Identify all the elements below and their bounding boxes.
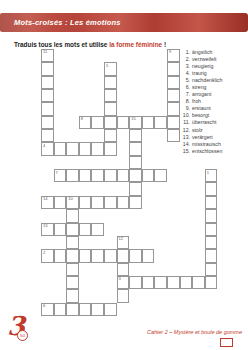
grid-cell[interactable]: [104, 249, 117, 262]
header-banner: Mots-croisés : Les émotions: [0, 13, 248, 32]
clue-number-chip: 11: [43, 50, 47, 54]
grid-cell[interactable]: [66, 303, 79, 316]
grid-cell[interactable]: [54, 196, 67, 209]
grid-cell[interactable]: [154, 169, 167, 182]
word-list-item: 9.erstaunt: [181, 105, 245, 112]
clue-number: 1.: [181, 49, 190, 55]
grid-cell[interactable]: [205, 249, 218, 262]
grid-cell[interactable]: [154, 276, 167, 289]
crossword-run: 13: [41, 223, 104, 236]
page-number: 50: [20, 333, 25, 338]
clue-number-chip: 8: [81, 117, 83, 121]
grid-cell[interactable]: [129, 249, 142, 262]
grid-cell[interactable]: [66, 289, 79, 302]
word-list: 1.ängstlich2.verzweifelt3.neugierig4.tra…: [181, 49, 245, 155]
grid-cell[interactable]: [79, 169, 92, 182]
grid-cell[interactable]: [91, 196, 104, 209]
grid-cell[interactable]: [129, 129, 142, 142]
grid-cell[interactable]: [104, 76, 117, 89]
clue-number-chip: 9: [169, 50, 171, 54]
grid-cell[interactable]: [41, 89, 54, 102]
grid-cell[interactable]: [104, 89, 117, 102]
clue-word: erstaunt: [192, 105, 211, 111]
grid-cell[interactable]: [129, 182, 142, 195]
word-list-item: 14.misstrauisch: [181, 141, 245, 148]
grid-cell[interactable]: [205, 196, 218, 209]
grid-cell[interactable]: [104, 196, 117, 209]
clue-number: 9.: [181, 105, 190, 111]
crossword-run: 4: [41, 142, 117, 155]
grid-cell[interactable]: [142, 249, 155, 262]
grid-cell[interactable]: [66, 223, 79, 236]
grid-cell[interactable]: [117, 289, 130, 302]
clue-number: 6.: [181, 84, 190, 90]
clue-number: 8.: [181, 98, 190, 104]
grid-cell[interactable]: [66, 249, 79, 262]
word-list-item: 7.arrogant: [181, 91, 245, 98]
crossword-run: 7: [54, 169, 167, 182]
clue-number-chip: 4: [43, 144, 45, 148]
clue-word: verärgert: [192, 134, 213, 140]
clue-word: froh: [192, 98, 201, 104]
grid-cell[interactable]: [104, 102, 117, 115]
grid-cell[interactable]: 10: [66, 196, 79, 209]
clue-word: traurig: [192, 70, 207, 76]
instruction-prefix: Traduis tous les mots et utilise: [14, 41, 109, 48]
grid-cell[interactable]: [167, 89, 180, 102]
grid-cell[interactable]: 3: [117, 276, 130, 289]
clue-number-chip: 2: [43, 251, 45, 255]
grid-cell[interactable]: [129, 142, 142, 155]
page-title: Mots-croisés : Les émotions: [14, 13, 121, 32]
word-list-item: 15.entschlossen: [181, 148, 245, 155]
worksheet-page: Mots-croisés : Les émotions Traduis tous…: [0, 0, 248, 350]
grid-cell[interactable]: [79, 196, 92, 209]
grid-cell[interactable]: 11: [41, 49, 54, 62]
grid-cell[interactable]: [167, 62, 180, 75]
clue-number-chip: 1: [207, 171, 209, 175]
grid-cell[interactable]: [192, 276, 205, 289]
grid-cell[interactable]: [205, 236, 218, 249]
grid-cell[interactable]: [54, 142, 67, 155]
grid-cell[interactable]: [129, 276, 142, 289]
word-list-item: 5.nachdenklich: [181, 77, 245, 84]
grid-cell[interactable]: [167, 129, 180, 142]
crossword-run: 6: [41, 303, 117, 316]
clue-number: 2.: [181, 56, 190, 62]
grid-cell[interactable]: [79, 223, 92, 236]
grid-cell[interactable]: [41, 62, 54, 75]
grid-cell[interactable]: [129, 196, 142, 209]
page-number-circle: 50: [17, 330, 28, 341]
grid-cell[interactable]: [91, 303, 104, 316]
clue-number: 3.: [181, 63, 190, 69]
clue-number: 13.: [181, 134, 190, 140]
grid-cell[interactable]: [205, 209, 218, 222]
grid-cell[interactable]: [66, 236, 79, 249]
clue-number-chip: 12: [119, 237, 123, 241]
corner-box: [220, 338, 233, 347]
grid-cell[interactable]: [167, 76, 180, 89]
grid-cell[interactable]: [205, 223, 218, 236]
word-list-item: 1.ängstlich: [181, 49, 245, 56]
clue-word: überrascht: [192, 119, 217, 125]
grid-cell[interactable]: [205, 182, 218, 195]
word-list-item: 8.froh: [181, 98, 245, 105]
clue-number-chip: 6: [43, 304, 45, 308]
clue-number-chip: 15: [131, 117, 135, 121]
grid-cell[interactable]: [117, 169, 130, 182]
grid-cell[interactable]: 2: [41, 249, 54, 262]
grid-cell[interactable]: [41, 116, 54, 129]
clue-number: 11.: [181, 119, 190, 125]
clue-word: ängstlich: [192, 49, 212, 55]
grid-cell[interactable]: [54, 223, 67, 236]
clue-number-chip: 7: [56, 171, 58, 175]
grid-cell[interactable]: [117, 116, 130, 129]
grid-cell[interactable]: [104, 169, 117, 182]
grid-cell[interactable]: 4: [41, 142, 54, 155]
grid-cell[interactable]: [104, 129, 117, 142]
grid-cell[interactable]: [41, 129, 54, 142]
clue-number: 5.: [181, 77, 190, 83]
grid-cell[interactable]: [104, 303, 117, 316]
clue-word: nachdenklich: [192, 77, 222, 83]
grid-cell[interactable]: [180, 276, 193, 289]
grid-cell[interactable]: [117, 263, 130, 276]
crossword-run: 14: [41, 196, 142, 209]
crossword-run: 11: [41, 49, 54, 156]
word-list-item: 11.überrascht: [181, 119, 245, 126]
grid-cell[interactable]: [79, 249, 92, 262]
word-list-item: 12.stolz: [181, 127, 245, 134]
grid-cell[interactable]: [91, 169, 104, 182]
grid-cell[interactable]: [91, 142, 104, 155]
instruction: Traduis tous les mots et utilise la form…: [14, 41, 166, 48]
grid-cell[interactable]: [54, 249, 67, 262]
clue-word: verzweifelt: [192, 56, 217, 62]
booklet-reference: Cahier 2 – Mystère et boule de gomme: [147, 329, 242, 335]
grid-cell[interactable]: [66, 209, 79, 222]
grid-cell[interactable]: [142, 276, 155, 289]
grid-cell[interactable]: [117, 196, 130, 209]
word-list-item: 4.traurig: [181, 70, 245, 77]
clue-number: 14.: [181, 141, 190, 147]
grid-cell[interactable]: 12: [117, 236, 130, 249]
clue-number-chip: 14: [43, 197, 47, 201]
clue-number: 12.: [181, 127, 190, 133]
grid-cell[interactable]: [205, 263, 218, 276]
crossword-run: 2: [41, 249, 154, 262]
grid-cell[interactable]: 14: [41, 196, 54, 209]
grid-cell[interactable]: [79, 303, 92, 316]
grid-cell[interactable]: 1: [205, 169, 218, 182]
grid-cell[interactable]: 7: [54, 169, 67, 182]
grid-cell[interactable]: [79, 142, 92, 155]
grid-cell[interactable]: 6: [41, 303, 54, 316]
clue-word: neugierig: [192, 63, 213, 69]
grid-cell[interactable]: 15: [129, 116, 142, 129]
grid-cell[interactable]: [129, 156, 142, 169]
grid-cell[interactable]: [167, 102, 180, 115]
clue-word: entschlossen: [192, 148, 222, 154]
grid-cell[interactable]: [142, 116, 155, 129]
grid-cell[interactable]: [104, 116, 117, 129]
grid-cell[interactable]: [167, 116, 180, 129]
grid-cell[interactable]: [129, 169, 142, 182]
grid-cell[interactable]: [91, 249, 104, 262]
clue-number: 10.: [181, 112, 190, 118]
clue-number-chip: 10: [68, 197, 72, 201]
clue-number-chip: 13: [43, 224, 47, 228]
grid-cell[interactable]: [154, 116, 167, 129]
grid-cell[interactable]: [66, 276, 79, 289]
grid-cell[interactable]: [167, 276, 180, 289]
instruction-highlight: la forme féminine: [109, 41, 162, 48]
grid-cell[interactable]: [205, 276, 218, 289]
grid-cell[interactable]: [117, 249, 130, 262]
clue-number-chip: 3: [119, 277, 121, 281]
grid-cell[interactable]: 8: [79, 116, 92, 129]
grid-cell[interactable]: [66, 142, 79, 155]
clue-number: 4.: [181, 70, 190, 76]
grid-cell[interactable]: [104, 142, 117, 155]
grid-cell[interactable]: [54, 303, 67, 316]
word-list-item: 3.neugierig: [181, 63, 245, 70]
crossword-run: 3: [117, 276, 218, 289]
clue-number: 15.: [181, 148, 190, 154]
clue-word: misstrauisch: [192, 141, 221, 147]
grid-cell[interactable]: [41, 102, 54, 115]
grid-cell[interactable]: [66, 263, 79, 276]
instruction-suffix: !: [162, 41, 166, 48]
word-list-item: 6.streng: [181, 84, 245, 91]
grid-cell[interactable]: [142, 169, 155, 182]
clue-word: stolz: [192, 127, 203, 133]
clue-word: besorgt: [192, 112, 209, 118]
grid-cell[interactable]: 9: [167, 49, 180, 62]
clue-word: arrogant: [192, 91, 211, 97]
word-list-item: 2.verzweifelt: [181, 56, 245, 63]
grid-cell[interactable]: [91, 116, 104, 129]
grid-cell[interactable]: [66, 169, 79, 182]
grid-cell[interactable]: [41, 76, 54, 89]
crossword-run: 1: [205, 169, 218, 289]
clue-number-chip: 5: [106, 64, 108, 68]
grid-cell[interactable]: [91, 223, 104, 236]
clue-word: streng: [192, 84, 206, 90]
word-list-item: 10.besorgt: [181, 112, 245, 119]
crossword-run: 12: [117, 236, 130, 303]
clue-number: 7.: [181, 91, 190, 97]
grid-cell[interactable]: 5: [104, 62, 117, 75]
grid-cell[interactable]: 13: [41, 223, 54, 236]
word-list-item: 13.verärgert: [181, 134, 245, 141]
